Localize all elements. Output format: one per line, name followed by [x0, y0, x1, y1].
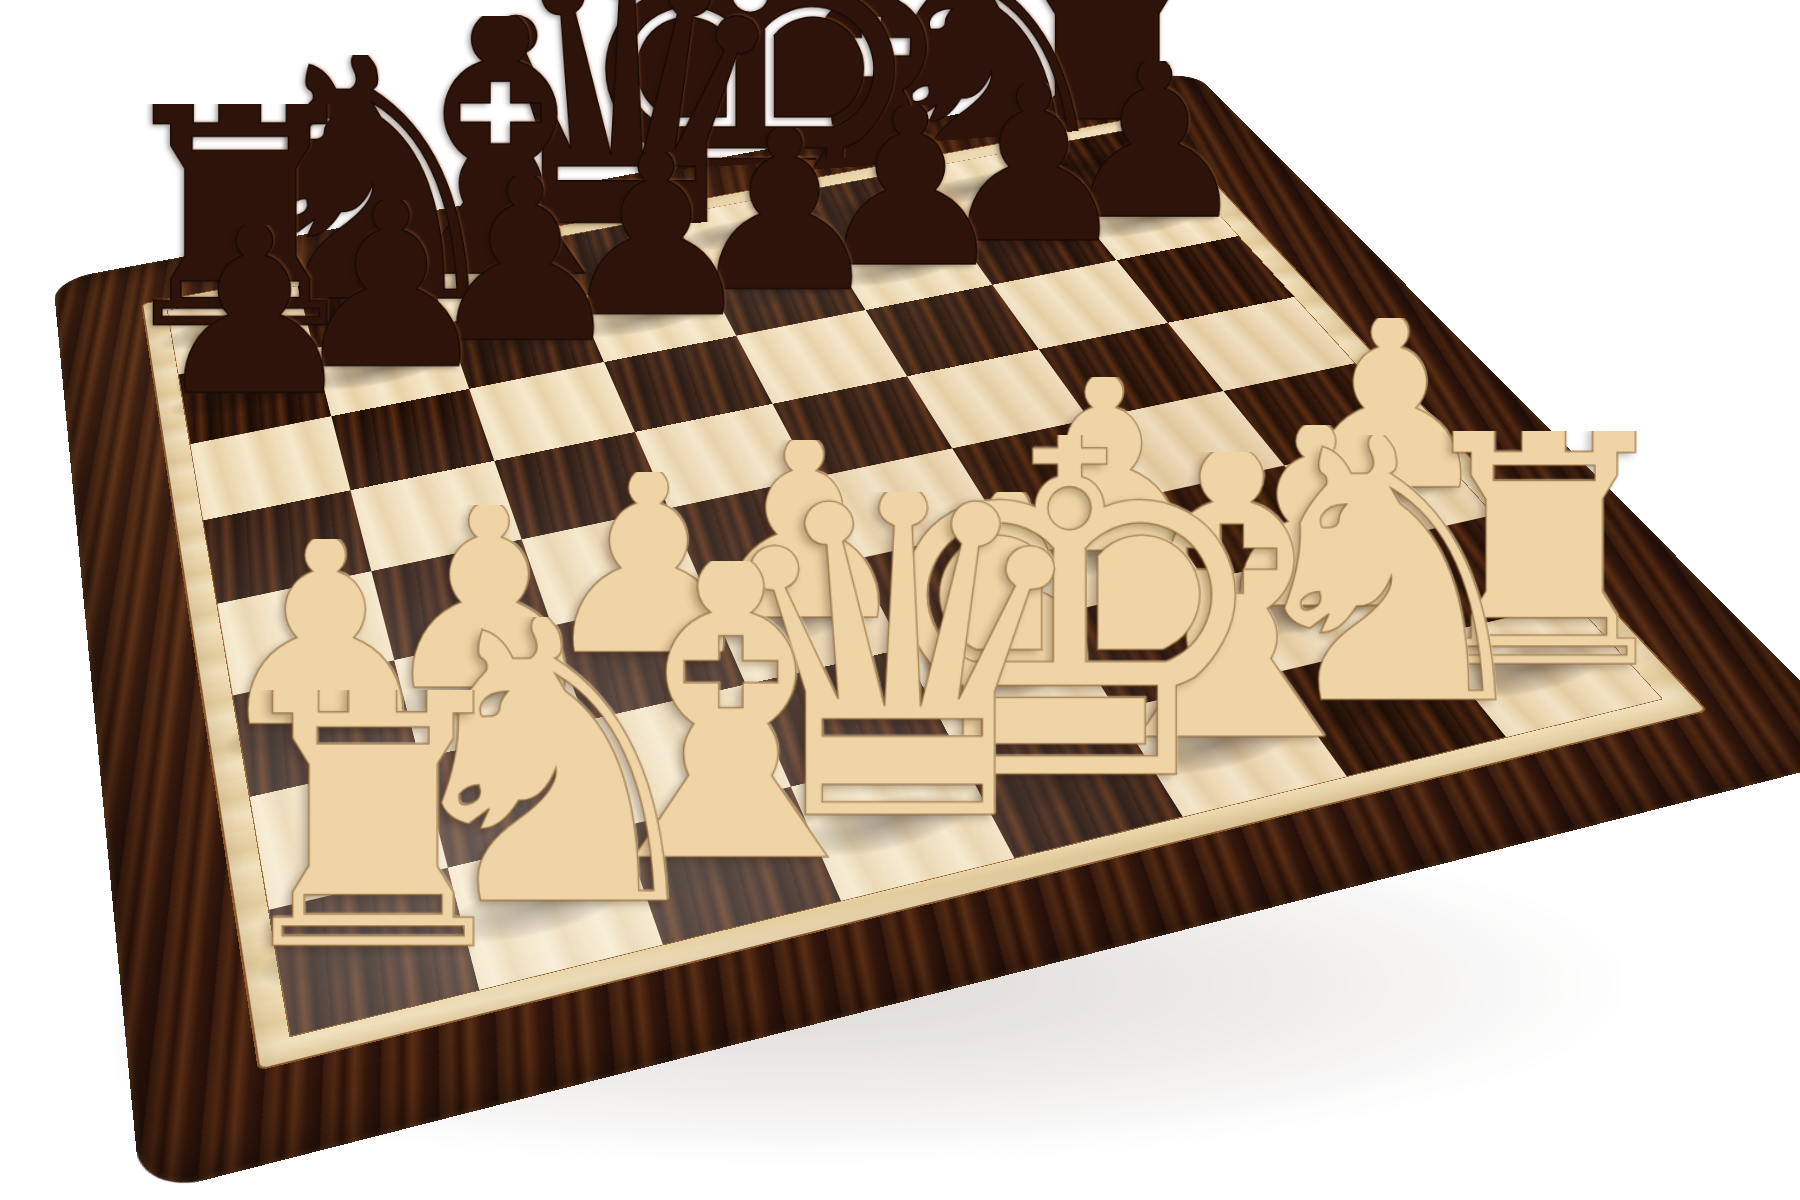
piece-white-rook-a1: ♜ — [213, 690, 533, 954]
piece-black-pawn-a7: ♟ — [150, 225, 359, 397]
